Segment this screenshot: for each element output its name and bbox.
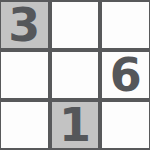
sudoku-cell-r2c1[interactable]: 1 — [52, 102, 99, 148]
sudoku-cell-r1c0[interactable] — [1, 52, 48, 98]
sudoku-cell-r0c0[interactable]: 3 — [1, 2, 48, 48]
sudoku-cell-r0c1[interactable] — [52, 2, 99, 48]
sudoku-cell-r1c1[interactable] — [52, 52, 99, 98]
sudoku-board: 361 — [0, 0, 150, 150]
sudoku-cell-r2c0[interactable] — [1, 102, 48, 148]
sudoku-cell-r1c2[interactable]: 6 — [102, 52, 149, 98]
sudoku-cell-r0c2[interactable] — [102, 2, 149, 48]
sudoku-cell-r2c2[interactable] — [102, 102, 149, 148]
